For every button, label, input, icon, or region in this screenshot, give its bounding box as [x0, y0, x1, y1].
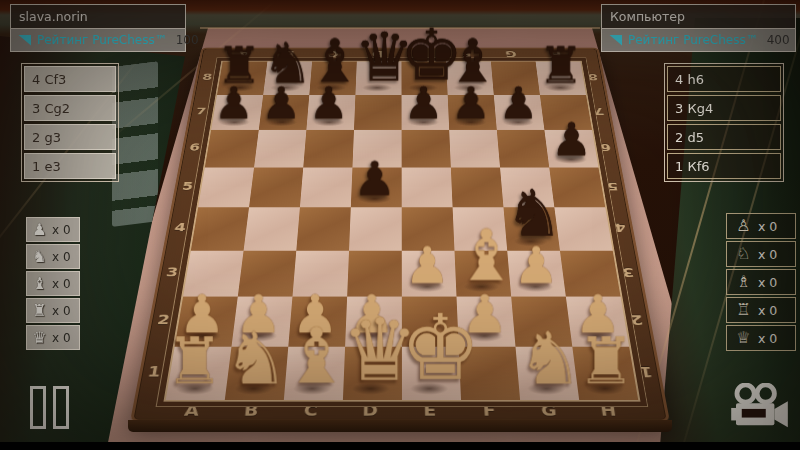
bishop-icon: ♝ — [31, 276, 48, 292]
move-text: 2 g3 — [32, 130, 61, 145]
move-row-black-2: 2 d5 — [667, 124, 781, 150]
piece-white-pawn-e3[interactable]: ♟ — [400, 249, 455, 295]
piece-black-pawn-f7[interactable]: ♟ — [446, 94, 495, 129]
rating-badge-icon — [609, 35, 622, 46]
capture-count: x 0 — [52, 304, 71, 318]
capture-count: x 0 — [52, 223, 71, 237]
white-move-history: 4 Сf33 Сg22 g31 e3 — [24, 66, 116, 179]
move-row-white-0: 4 Сf3 — [24, 66, 116, 92]
rank-label-5-right: 5 — [597, 166, 629, 206]
black-rating-label: Рейтинг PureChess™ — [628, 33, 758, 47]
pause-icon — [53, 386, 69, 429]
pawn-glyph: ♟ — [447, 81, 494, 125]
pawn-icon: ♟ — [31, 222, 48, 238]
letterbox-bar — [0, 442, 800, 450]
move-row-white-1: 3 Сg2 — [24, 95, 116, 121]
bishop-icon: ♗ — [735, 274, 752, 290]
move-text: 1 Кf6 — [675, 159, 709, 174]
king-glyph: ♚ — [400, 304, 459, 394]
knight-icon: ♘ — [735, 246, 752, 262]
piece-black-pawn-b7[interactable]: ♟ — [257, 94, 308, 129]
move-text: 3 Сg2 — [32, 101, 70, 116]
file-label-a-top: A — [221, 48, 267, 61]
black-captured-tray: ♙x 0♘x 0♗x 0♖x 0♕x 0 — [726, 213, 796, 351]
rook-icon: ♜ — [31, 303, 48, 319]
file-label-c-top: C — [311, 48, 356, 61]
piece-black-pawn-h6[interactable]: ♟ — [543, 129, 597, 166]
board-files-top: ABCDEFGH — [221, 48, 578, 61]
camera-button[interactable] — [731, 383, 789, 435]
piece-black-pawn-a7[interactable]: ♟ — [210, 94, 262, 129]
piece-black-pawn-c7[interactable]: ♟ — [305, 94, 354, 129]
pawn-glyph: ♟ — [400, 240, 454, 291]
white-rating-label: Рейтинг PureChess™ — [37, 33, 167, 47]
pure-chess-screen: ABCDEFGH ABCDEFGH 87654321 87654321 ♜♞♝♛… — [0, 0, 800, 450]
move-text: 2 d5 — [675, 130, 704, 145]
file-label-f-top: F — [444, 48, 489, 61]
file-label-a-bottom: A — [160, 399, 223, 422]
tray-row-right-knight: ♘x 0 — [726, 241, 796, 267]
white-player-name-row: slava.norin — [10, 4, 186, 29]
piece-white-rook-a1[interactable]: ♜ — [164, 345, 230, 399]
white-rating-value: 100 — [176, 33, 199, 47]
queen-icon: ♛ — [31, 330, 48, 346]
file-label-d-bottom: D — [340, 399, 400, 422]
board-3d-scene: ABCDEFGH ABCDEFGH 87654321 87654321 ♜♞♝♛… — [130, 0, 670, 422]
piece-white-knight-g1[interactable]: ♞ — [513, 345, 577, 399]
bishop-glyph: ♝ — [282, 317, 341, 393]
pause-button[interactable] — [30, 386, 69, 429]
file-label-b-bottom: B — [220, 399, 282, 422]
pawn-glyph: ♟ — [210, 81, 257, 125]
piece-black-queen-d8[interactable]: ♛ — [354, 61, 400, 94]
pawn-glyph: ♟ — [305, 81, 352, 125]
tray-row-right-rook: ♖x 0 — [726, 297, 796, 323]
piece-black-pawn-g7[interactable]: ♟ — [492, 94, 543, 129]
black-player-panel: Компьютер Рейтинг PureChess™ 400 — [601, 4, 796, 52]
piece-black-pawn-d5[interactable]: ♟ — [349, 166, 400, 206]
file-label-g-bottom: G — [518, 399, 580, 422]
capture-count: x 0 — [758, 219, 777, 234]
pawn-glyph: ♟ — [495, 81, 542, 125]
move-row-white-3: 1 e3 — [24, 153, 116, 179]
white-player-name: slava.norin — [19, 9, 88, 24]
black-player-name: Компьютер — [610, 9, 685, 24]
knight-glyph: ♞ — [518, 321, 577, 394]
tray-row-right-bishop: ♗x 0 — [726, 269, 796, 295]
white-player-panel: slava.norin Рейтинг PureChess™ 100 — [10, 4, 186, 52]
file-label-f-bottom: F — [459, 399, 520, 422]
file-label-e-bottom: E — [400, 399, 460, 422]
capture-count: x 0 — [52, 277, 71, 291]
queen-icon: ♕ — [735, 330, 752, 346]
tray-row-left-bishop: ♝x 0 — [26, 271, 80, 296]
move-text: 4 h6 — [675, 72, 704, 87]
piece-white-queen-d1[interactable]: ♛ — [341, 345, 400, 399]
file-label-h-top: H — [532, 48, 578, 61]
black-move-history: 4 h63 Кg42 d51 Кf6 — [667, 66, 781, 179]
file-label-c-bottom: C — [280, 399, 341, 422]
move-text: 3 Кg4 — [675, 101, 713, 116]
black-rating-row: Рейтинг PureChess™ 400 — [601, 29, 796, 52]
knight-glyph: ♞ — [224, 321, 283, 394]
bishop-glyph: ♝ — [454, 220, 508, 291]
tray-row-right-queen: ♕x 0 — [726, 325, 796, 351]
capture-count: x 0 — [758, 331, 777, 346]
pawn-glyph: ♟ — [400, 81, 447, 125]
chess-board[interactable]: ABCDEFGH ABCDEFGH 87654321 87654321 ♜♞♝♛… — [130, 48, 670, 422]
knight-icon: ♞ — [31, 249, 48, 265]
black-player-name-row: Компьютер — [601, 4, 796, 29]
pawn-glyph: ♟ — [349, 155, 400, 202]
move-text: 1 e3 — [32, 159, 61, 174]
white-captured-tray: ♟x 0♞x 0♝x 0♜x 0♛x 0 — [26, 217, 80, 350]
tray-row-left-knight: ♞x 0 — [26, 244, 80, 269]
capture-count: x 0 — [758, 303, 777, 318]
board-files-bottom: ABCDEFGH — [160, 399, 640, 422]
video-camera-icon — [731, 383, 789, 431]
file-label-d-top: D — [355, 48, 400, 61]
rank-label-6-right: 6 — [590, 129, 621, 166]
piece-black-pawn-e7[interactable]: ♟ — [400, 94, 448, 129]
white-move-history-frame: 4 Сf33 Сg22 g31 e3 — [21, 63, 119, 182]
rating-badge-icon — [18, 35, 31, 46]
tray-row-left-queen: ♛x 0 — [26, 325, 80, 350]
move-row-white-2: 2 g3 — [24, 124, 116, 150]
queen-glyph: ♛ — [341, 308, 400, 394]
rank-label-8-right: 8 — [579, 61, 608, 94]
board-front-edge — [128, 420, 672, 432]
piece-white-bishop-c1[interactable]: ♝ — [282, 345, 343, 399]
move-row-black-1: 3 Кg4 — [667, 95, 781, 121]
capture-count: x 0 — [52, 331, 71, 345]
board-pieces-layer: ♜♞♝♛♚♝♜♟♟♟♟♟♟♟♟♞♟♝♟♟♟♟♟♟♟♜♞♝♛♚♞♜ — [164, 61, 636, 399]
pause-icon — [30, 386, 46, 429]
piece-white-pawn-g3[interactable]: ♟ — [505, 249, 564, 295]
capture-count: x 0 — [758, 247, 777, 262]
black-rating-value: 400 — [767, 33, 790, 47]
file-label-e-top: E — [400, 48, 445, 61]
pawn-glyph: ♟ — [258, 81, 305, 125]
file-label-b-top: B — [266, 48, 312, 61]
piece-white-rook-h1[interactable]: ♜ — [570, 345, 636, 399]
move-row-black-0: 4 h6 — [667, 66, 781, 92]
piece-white-knight-b1[interactable]: ♞ — [223, 345, 287, 399]
white-rating-row: Рейтинг PureChess™ 100 — [10, 29, 186, 52]
pawn-glyph: ♟ — [509, 240, 563, 291]
black-move-history-frame: 4 h63 Кg42 d51 Кf6 — [664, 63, 784, 182]
piece-white-king-e1[interactable]: ♚ — [400, 345, 459, 399]
rank-label-7-right: 7 — [584, 94, 614, 129]
file-label-h-bottom: H — [577, 399, 640, 422]
move-text: 4 Сf3 — [32, 72, 66, 87]
tray-row-right-pawn: ♙x 0 — [726, 213, 796, 239]
rook-glyph: ♜ — [165, 329, 224, 394]
capture-count: x 0 — [52, 250, 71, 264]
capture-count: x 0 — [758, 275, 777, 290]
move-row-black-3: 1 Кf6 — [667, 153, 781, 179]
rook-icon: ♖ — [735, 302, 752, 318]
pawn-icon: ♙ — [735, 218, 752, 234]
file-label-g-top: G — [488, 48, 534, 61]
tray-row-left-pawn: ♟x 0 — [26, 217, 80, 242]
tray-row-left-rook: ♜x 0 — [26, 298, 80, 323]
